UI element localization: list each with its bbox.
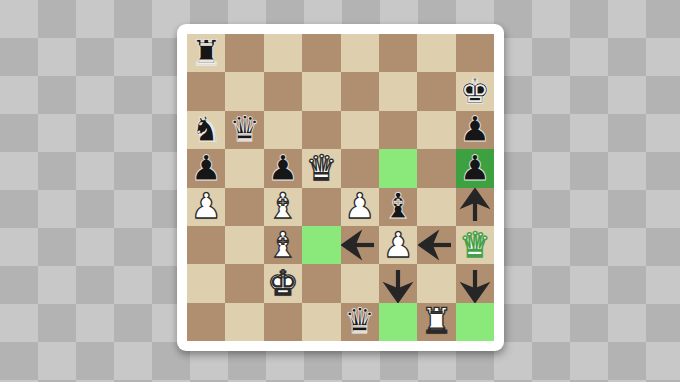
black-rook[interactable]: ♜ bbox=[187, 34, 225, 72]
square-f4[interactable]: ♝ bbox=[379, 188, 417, 226]
transparency-checker-background: ♜♚♞♛♟♟♟♛♟♟♝♟♝♝♟♛♚♛♜ bbox=[0, 0, 680, 382]
square-h7[interactable]: ♚ bbox=[456, 72, 494, 110]
square-g4[interactable] bbox=[417, 188, 455, 226]
square-h1[interactable] bbox=[456, 303, 494, 341]
black-pawn[interactable]: ♟ bbox=[264, 149, 302, 187]
square-f8[interactable] bbox=[379, 34, 417, 72]
square-h3[interactable]: ♛ bbox=[456, 226, 494, 264]
square-c3[interactable]: ♝ bbox=[264, 226, 302, 264]
square-d7[interactable] bbox=[302, 72, 340, 110]
square-a2[interactable] bbox=[187, 264, 225, 302]
square-e3[interactable] bbox=[341, 226, 379, 264]
white-pawn[interactable]: ♟ bbox=[379, 226, 417, 264]
black-pawn[interactable]: ♟ bbox=[456, 149, 494, 187]
square-d1[interactable] bbox=[302, 303, 340, 341]
arrow-left-icon bbox=[341, 226, 379, 264]
square-d3[interactable] bbox=[302, 226, 340, 264]
square-a6[interactable]: ♞ bbox=[187, 111, 225, 149]
black-queen[interactable]: ♛ bbox=[341, 303, 379, 341]
square-d2[interactable] bbox=[302, 264, 340, 302]
square-b3[interactable] bbox=[225, 226, 263, 264]
square-b5[interactable] bbox=[225, 149, 263, 187]
square-h8[interactable] bbox=[456, 34, 494, 72]
square-d4[interactable] bbox=[302, 188, 340, 226]
black-queen[interactable]: ♛ bbox=[225, 111, 263, 149]
square-f1[interactable] bbox=[379, 303, 417, 341]
board-card: ♜♚♞♛♟♟♟♛♟♟♝♟♝♝♟♛♚♛♜ bbox=[177, 24, 504, 351]
square-d5[interactable]: ♛ bbox=[302, 149, 340, 187]
square-b4[interactable] bbox=[225, 188, 263, 226]
square-h2[interactable] bbox=[456, 264, 494, 302]
square-b2[interactable] bbox=[225, 264, 263, 302]
square-e7[interactable] bbox=[341, 72, 379, 110]
square-g1[interactable]: ♜ bbox=[417, 303, 455, 341]
arrow-up-icon bbox=[456, 188, 494, 226]
square-f7[interactable] bbox=[379, 72, 417, 110]
square-g7[interactable] bbox=[417, 72, 455, 110]
square-a5[interactable]: ♟ bbox=[187, 149, 225, 187]
white-bishop[interactable]: ♝ bbox=[264, 188, 302, 226]
white-queen[interactable]: ♛ bbox=[302, 149, 340, 187]
arrow-left-icon bbox=[417, 226, 455, 264]
black-bishop[interactable]: ♝ bbox=[379, 188, 417, 226]
square-e6[interactable] bbox=[341, 111, 379, 149]
square-e1[interactable]: ♛ bbox=[341, 303, 379, 341]
square-b8[interactable] bbox=[225, 34, 263, 72]
square-g3[interactable] bbox=[417, 226, 455, 264]
white-pawn[interactable]: ♟ bbox=[341, 188, 379, 226]
square-c7[interactable] bbox=[264, 72, 302, 110]
white-pawn[interactable]: ♟ bbox=[187, 188, 225, 226]
square-b7[interactable] bbox=[225, 72, 263, 110]
square-c5[interactable]: ♟ bbox=[264, 149, 302, 187]
arrow-down-icon bbox=[456, 264, 494, 302]
square-c2[interactable]: ♚ bbox=[264, 264, 302, 302]
square-c8[interactable] bbox=[264, 34, 302, 72]
square-c4[interactable]: ♝ bbox=[264, 188, 302, 226]
black-pawn[interactable]: ♟ bbox=[187, 149, 225, 187]
square-g8[interactable] bbox=[417, 34, 455, 72]
square-g5[interactable] bbox=[417, 149, 455, 187]
square-e4[interactable]: ♟ bbox=[341, 188, 379, 226]
square-c1[interactable] bbox=[264, 303, 302, 341]
square-f5[interactable] bbox=[379, 149, 417, 187]
hint-ghost-white-queen: ♛ bbox=[456, 226, 494, 264]
chess-board: ♜♚♞♛♟♟♟♛♟♟♝♟♝♝♟♛♚♛♜ bbox=[187, 34, 494, 341]
square-d8[interactable] bbox=[302, 34, 340, 72]
square-f6[interactable] bbox=[379, 111, 417, 149]
square-a1[interactable] bbox=[187, 303, 225, 341]
square-e2[interactable] bbox=[341, 264, 379, 302]
square-a8[interactable]: ♜ bbox=[187, 34, 225, 72]
square-g6[interactable] bbox=[417, 111, 455, 149]
square-b1[interactable] bbox=[225, 303, 263, 341]
white-king[interactable]: ♚ bbox=[264, 264, 302, 302]
square-f3[interactable]: ♟ bbox=[379, 226, 417, 264]
square-h5[interactable]: ♟ bbox=[456, 149, 494, 187]
square-e8[interactable] bbox=[341, 34, 379, 72]
square-b6[interactable]: ♛ bbox=[225, 111, 263, 149]
square-h6[interactable]: ♟ bbox=[456, 111, 494, 149]
square-c6[interactable] bbox=[264, 111, 302, 149]
square-a4[interactable]: ♟ bbox=[187, 188, 225, 226]
black-pawn[interactable]: ♟ bbox=[456, 111, 494, 149]
square-f2[interactable] bbox=[379, 264, 417, 302]
square-h4[interactable] bbox=[456, 188, 494, 226]
black-knight[interactable]: ♞ bbox=[187, 111, 225, 149]
square-a7[interactable] bbox=[187, 72, 225, 110]
square-a3[interactable] bbox=[187, 226, 225, 264]
black-king[interactable]: ♚ bbox=[456, 72, 494, 110]
arrow-down-icon bbox=[379, 264, 417, 302]
square-d6[interactable] bbox=[302, 111, 340, 149]
white-bishop[interactable]: ♝ bbox=[264, 226, 302, 264]
white-rook[interactable]: ♜ bbox=[417, 303, 455, 341]
square-g2[interactable] bbox=[417, 264, 455, 302]
square-e5[interactable] bbox=[341, 149, 379, 187]
